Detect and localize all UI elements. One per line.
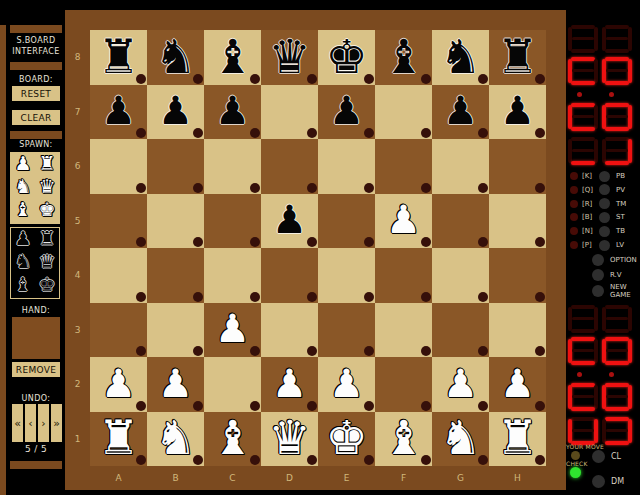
segment-m <box>606 69 628 72</box>
square-e7[interactable]: ♟ <box>318 85 375 140</box>
square-b3[interactable] <box>147 303 204 358</box>
piece-white-pawn[interactable]: ♟ <box>215 309 250 348</box>
clear-button[interactable]: CLEAR <box>12 110 60 125</box>
square-corner-dot <box>307 183 317 193</box>
square-corner-dot <box>307 237 317 247</box>
file-label-e: E <box>318 468 375 488</box>
segment-b <box>605 161 629 165</box>
piece-black-knight[interactable]: ♞ <box>14 252 31 271</box>
square-d4[interactable] <box>261 248 318 303</box>
app-title-line2: INTERFACE <box>8 47 64 56</box>
piece-white-knight[interactable]: ♞ <box>14 177 31 196</box>
segment-m <box>572 395 594 398</box>
seg-digit-row <box>568 417 634 445</box>
square-g7[interactable]: ♟ <box>432 85 489 140</box>
square-f3[interactable] <box>375 303 432 358</box>
rank-label-7: 7 <box>65 85 90 140</box>
st-button[interactable] <box>599 212 610 223</box>
rank-label-5: 5 <box>65 194 90 249</box>
undo-last-button[interactable]: » <box>51 404 62 442</box>
tm-button[interactable] <box>599 198 610 209</box>
segment-b <box>605 441 629 445</box>
square-d7[interactable] <box>261 85 318 140</box>
undo-forward-button[interactable]: › <box>38 404 49 442</box>
square-corner-dot <box>421 74 431 84</box>
square-f6[interactable] <box>375 139 432 194</box>
square-h1[interactable]: ♜ <box>489 412 546 467</box>
file-labels: ABCDEFGH <box>90 468 546 488</box>
square-corner-dot <box>307 346 317 356</box>
tb-button[interactable] <box>599 226 610 237</box>
piece-white-pawn[interactable]: ♟ <box>500 364 535 403</box>
square-b8[interactable]: ♞ <box>147 30 204 85</box>
file-label-g: G <box>432 468 489 488</box>
piece-black-bishop[interactable]: ♝ <box>14 275 31 294</box>
segment-r <box>594 385 598 409</box>
segment-r <box>594 27 598 51</box>
square-e8[interactable]: ♚ <box>318 30 375 85</box>
square-a4[interactable] <box>90 248 147 303</box>
square-g5[interactable] <box>432 194 489 249</box>
segment-r <box>594 419 598 443</box>
square-corner-dot <box>193 346 203 356</box>
segment-t <box>571 25 595 29</box>
piece-key-row-pb: [K]PB <box>566 170 640 182</box>
piece-key-label: [K] <box>582 172 597 180</box>
spawn-cell[interactable]: ♝ <box>11 199 35 222</box>
square-d2[interactable]: ♟ <box>261 357 318 412</box>
seg-digit-row <box>568 137 634 165</box>
square-b6[interactable] <box>147 139 204 194</box>
key-function-label: LV <box>616 241 624 249</box>
square-g1[interactable]: ♞ <box>432 412 489 467</box>
square-corner-dot <box>193 183 203 193</box>
piece-white-pawn[interactable]: ♟ <box>158 364 193 403</box>
remove-button[interactable]: REMOVE <box>12 362 60 377</box>
seg-digit-row <box>568 103 634 131</box>
hand-slot[interactable] <box>12 317 60 359</box>
piece-key-row-st: [B]ST <box>566 211 640 223</box>
square-corner-dot <box>193 128 203 138</box>
square-e6[interactable] <box>318 139 375 194</box>
rank-label-3: 3 <box>65 303 90 358</box>
piece-black-rook[interactable]: ♜ <box>38 229 55 248</box>
rank-label-4: 4 <box>65 248 90 303</box>
piece-key-row-tb: [N]TB <box>566 225 640 237</box>
piece-black-queen[interactable]: ♛ <box>268 33 310 80</box>
square-corner-dot <box>136 237 146 247</box>
piece-white-pawn[interactable]: ♟ <box>443 364 478 403</box>
seg-digit <box>568 417 598 445</box>
square-d3[interactable] <box>261 303 318 358</box>
square-a3[interactable] <box>90 303 147 358</box>
piece-black-pawn[interactable]: ♟ <box>329 91 364 130</box>
piece-white-bishop[interactable]: ♝ <box>211 414 253 461</box>
square-corner-dot <box>421 237 431 247</box>
new-game-button[interactable] <box>592 285 604 297</box>
clock-colon-dot <box>609 92 614 97</box>
piece-black-rook[interactable]: ♜ <box>97 33 139 80</box>
square-a5[interactable] <box>90 194 147 249</box>
spawn-cell[interactable]: ♝ <box>11 274 35 297</box>
square-a2[interactable]: ♟ <box>90 357 147 412</box>
seg-digit <box>602 383 632 411</box>
piece-black-rook[interactable]: ♜ <box>496 33 538 80</box>
piece-white-queen[interactable]: ♛ <box>38 177 55 196</box>
square-corner-dot <box>535 74 545 84</box>
segment-t <box>571 137 595 141</box>
square-corner-dot <box>193 401 203 411</box>
segment-t <box>571 337 595 341</box>
square-corner-dot <box>421 346 431 356</box>
square-h5[interactable] <box>489 194 546 249</box>
piece-white-rook[interactable]: ♜ <box>97 414 139 461</box>
segment-m <box>606 149 628 152</box>
square-b1[interactable]: ♞ <box>147 412 204 467</box>
key-function-label: TB <box>616 227 625 235</box>
square-corner-dot <box>136 455 146 465</box>
square-a6[interactable] <box>90 139 147 194</box>
dm-button[interactable] <box>592 475 605 488</box>
seg-digit-row <box>568 25 634 53</box>
spawn-cell[interactable]: ♛ <box>35 251 59 274</box>
file-label-h: H <box>489 468 546 488</box>
square-corner-dot <box>193 74 203 84</box>
square-a7[interactable]: ♟ <box>90 85 147 140</box>
piece-white-pawn[interactable]: ♟ <box>14 154 31 173</box>
spawn-cell[interactable]: ♟ <box>11 228 35 251</box>
piece-black-pawn[interactable]: ♟ <box>215 91 250 130</box>
clock-display-top <box>568 25 634 170</box>
piece-black-bishop[interactable]: ♝ <box>211 33 253 80</box>
piece-white-pawn[interactable]: ♟ <box>329 364 364 403</box>
segment-b <box>605 49 629 53</box>
square-corner-dot <box>250 74 260 84</box>
square-corner-dot <box>136 128 146 138</box>
seg-digit <box>568 337 598 365</box>
square-corner-dot <box>250 237 260 247</box>
square-b5[interactable] <box>147 194 204 249</box>
file-label-f: F <box>375 468 432 488</box>
piece-black-pawn[interactable]: ♟ <box>443 91 478 130</box>
dm-label: DM <box>611 478 640 486</box>
undo-back-button[interactable]: ‹ <box>25 404 36 442</box>
segment-b <box>571 329 595 333</box>
piece-white-king[interactable]: ♚ <box>38 200 55 219</box>
square-f1[interactable]: ♝ <box>375 412 432 467</box>
segment-r <box>628 105 632 129</box>
segment-r <box>594 339 598 363</box>
your-move-label: YOUR MOVE <box>566 443 604 450</box>
lv-button[interactable] <box>599 240 610 251</box>
piece-black-pawn[interactable]: ♟ <box>101 91 136 130</box>
square-corner-dot <box>193 237 203 247</box>
square-c8[interactable]: ♝ <box>204 30 261 85</box>
square-b2[interactable]: ♟ <box>147 357 204 412</box>
square-c1[interactable]: ♝ <box>204 412 261 467</box>
square-d6[interactable] <box>261 139 318 194</box>
clock-colon-dot <box>609 372 614 377</box>
cl-button[interactable] <box>592 450 605 463</box>
square-h6[interactable] <box>489 139 546 194</box>
square-corner-dot <box>421 401 431 411</box>
segment-b <box>605 127 629 131</box>
square-c2[interactable] <box>204 357 261 412</box>
segment-r <box>628 59 632 83</box>
square-c6[interactable] <box>204 139 261 194</box>
check-label: CHECK <box>566 460 588 467</box>
segment-b <box>605 329 629 333</box>
square-corner-dot <box>250 455 260 465</box>
square-g2[interactable]: ♟ <box>432 357 489 412</box>
square-corner-dot <box>535 292 545 302</box>
key-function-label: PB <box>616 172 625 180</box>
piece-key-label: [P] <box>582 241 597 249</box>
segment-t <box>605 305 629 309</box>
square-corner-dot <box>250 183 260 193</box>
piece-white-rook[interactable]: ♜ <box>496 414 538 461</box>
option-row: OPTION <box>592 254 640 266</box>
square-corner-dot <box>193 455 203 465</box>
spawn-cell[interactable]: ♚ <box>35 274 59 297</box>
piece-white-bishop[interactable]: ♝ <box>14 200 31 219</box>
piece-black-pawn[interactable]: ♟ <box>272 200 307 239</box>
file-label-c: C <box>204 468 261 488</box>
segment-b <box>605 361 629 365</box>
spawn-cell[interactable]: ♟ <box>11 153 35 176</box>
segment-m <box>606 429 628 432</box>
square-corner-dot <box>136 346 146 356</box>
square-corner-dot <box>364 74 374 84</box>
segment-t <box>605 103 629 107</box>
app-title-line1: S.BOARD <box>8 36 64 45</box>
piece-white-knight[interactable]: ♞ <box>439 414 481 461</box>
square-e3[interactable] <box>318 303 375 358</box>
piece-key-label: [B] <box>582 213 597 221</box>
piece-white-queen[interactable]: ♛ <box>268 414 310 461</box>
segment-b <box>571 127 595 131</box>
file-label-d: D <box>261 468 318 488</box>
segment-b <box>605 81 629 85</box>
spawn-black-panel: ♟♜♞♛♝♚ <box>10 227 60 299</box>
square-corner-dot <box>136 74 146 84</box>
square-d8[interactable]: ♛ <box>261 30 318 85</box>
hand-section-label: HAND: <box>8 306 64 315</box>
key-led <box>570 241 578 249</box>
segment-r <box>594 105 598 129</box>
spawn-cell[interactable]: ♛ <box>35 176 59 199</box>
seg-digit <box>602 417 632 445</box>
piece-black-knight[interactable]: ♞ <box>154 33 196 80</box>
segment-t <box>571 383 595 387</box>
square-f7[interactable] <box>375 85 432 140</box>
square-c7[interactable]: ♟ <box>204 85 261 140</box>
square-h4[interactable] <box>489 248 546 303</box>
square-corner-dot <box>478 401 488 411</box>
segment-r <box>628 27 632 51</box>
square-b7[interactable]: ♟ <box>147 85 204 140</box>
segment-r <box>628 307 632 331</box>
segment-b <box>571 161 595 165</box>
segment-b <box>571 407 595 411</box>
square-corner-dot <box>421 183 431 193</box>
segment-m <box>572 149 594 152</box>
segment-t <box>605 337 629 341</box>
sidebar-divider <box>10 461 62 469</box>
square-corner-dot <box>478 183 488 193</box>
square-d1[interactable]: ♛ <box>261 412 318 467</box>
square-corner-dot <box>421 292 431 302</box>
chess-board: ♜♞♝♛♚♝♞♜♟♟♟♟♟♟♟♟♟♟♟♟♟♟♟♜♞♝♛♚♝♞♜ <box>90 30 546 466</box>
piece-white-rook[interactable]: ♜ <box>38 154 55 173</box>
square-corner-dot <box>307 401 317 411</box>
seg-digit <box>602 25 632 53</box>
clock-colon-dot <box>577 372 582 377</box>
piece-black-pawn[interactable]: ♟ <box>14 229 31 248</box>
square-f2[interactable] <box>375 357 432 412</box>
seg-digit <box>568 57 598 85</box>
square-corner-dot <box>136 183 146 193</box>
square-h8[interactable]: ♜ <box>489 30 546 85</box>
piece-key-row-pv: [Q]PV <box>566 184 640 196</box>
square-corner-dot <box>250 401 260 411</box>
seg-digit <box>602 305 632 333</box>
square-corner-dot <box>364 292 374 302</box>
piece-black-queen[interactable]: ♛ <box>38 252 55 271</box>
option-button[interactable] <box>592 254 604 266</box>
segment-b <box>571 81 595 85</box>
square-h2[interactable]: ♟ <box>489 357 546 412</box>
segment-m <box>606 115 628 118</box>
rv-row: R.V <box>592 269 640 281</box>
segment-t <box>605 137 629 141</box>
square-corner-dot <box>364 183 374 193</box>
square-corner-dot <box>535 128 545 138</box>
spawn-cell[interactable]: ♞ <box>11 176 35 199</box>
piece-black-knight[interactable]: ♞ <box>439 33 481 80</box>
square-g8[interactable]: ♞ <box>432 30 489 85</box>
key-led <box>570 213 578 221</box>
square-g6[interactable] <box>432 139 489 194</box>
square-d5[interactable]: ♟ <box>261 194 318 249</box>
cl-label: CL <box>611 453 640 461</box>
pb-button[interactable] <box>599 171 610 182</box>
piece-key-row-lv: [P]LV <box>566 239 640 251</box>
segment-t <box>571 57 595 61</box>
piece-white-pawn[interactable]: ♟ <box>101 364 136 403</box>
seg-digit <box>568 137 598 165</box>
seg-digit <box>602 137 632 165</box>
square-corner-dot <box>478 455 488 465</box>
seg-digit-row <box>568 57 634 85</box>
rank-label-1: 1 <box>65 412 90 467</box>
square-a8[interactable]: ♜ <box>90 30 147 85</box>
square-e4[interactable] <box>318 248 375 303</box>
seg-digit-row <box>568 383 634 411</box>
segment-t <box>571 305 595 309</box>
pv-button[interactable] <box>599 184 610 195</box>
square-c3[interactable]: ♟ <box>204 303 261 358</box>
segment-m <box>572 429 594 432</box>
spawn-cell[interactable]: ♚ <box>35 199 59 222</box>
spawn-cell[interactable]: ♜ <box>35 153 59 176</box>
piece-white-bishop[interactable]: ♝ <box>382 414 424 461</box>
square-corner-dot <box>364 237 374 247</box>
check-led <box>570 467 581 478</box>
undo-first-button[interactable]: « <box>12 404 23 442</box>
square-f4[interactable] <box>375 248 432 303</box>
square-g3[interactable] <box>432 303 489 358</box>
piece-black-bishop[interactable]: ♝ <box>382 33 424 80</box>
piece-black-king[interactable]: ♚ <box>38 275 55 294</box>
square-h3[interactable] <box>489 303 546 358</box>
segment-r <box>628 385 632 409</box>
square-c4[interactable] <box>204 248 261 303</box>
square-g4[interactable] <box>432 248 489 303</box>
square-b4[interactable] <box>147 248 204 303</box>
piece-key-label: [R] <box>582 200 597 208</box>
piece-white-pawn[interactable]: ♟ <box>386 200 421 239</box>
square-f5[interactable]: ♟ <box>375 194 432 249</box>
undo-section-label: UNDO: <box>8 394 64 403</box>
key-function-label: PV <box>616 186 625 194</box>
sidebar-divider <box>10 62 62 70</box>
segment-m <box>572 69 594 72</box>
segment-m <box>572 349 594 352</box>
new-game-row: NEW GAME <box>592 283 640 299</box>
spawn-cell[interactable]: ♞ <box>11 251 35 274</box>
piece-black-pawn[interactable]: ♟ <box>158 91 193 130</box>
key-led <box>570 186 578 194</box>
reset-button[interactable]: RESET <box>12 86 60 101</box>
seg-digit <box>568 25 598 53</box>
square-f8[interactable]: ♝ <box>375 30 432 85</box>
square-h7[interactable]: ♟ <box>489 85 546 140</box>
spawn-white-panel: ♟♜♞♛♝♚ <box>10 152 60 224</box>
piece-white-king[interactable]: ♚ <box>325 414 367 461</box>
piece-white-knight[interactable]: ♞ <box>154 414 196 461</box>
segment-t <box>605 383 629 387</box>
square-corner-dot <box>535 455 545 465</box>
segment-t <box>571 103 595 107</box>
square-corner-dot <box>307 292 317 302</box>
spawn-cell[interactable]: ♜ <box>35 228 59 251</box>
spawn-section-label: SPAWN: <box>8 140 64 149</box>
segment-r <box>594 307 598 331</box>
square-corner-dot <box>307 74 317 84</box>
segment-r <box>628 339 632 363</box>
segment-m <box>572 317 594 320</box>
square-corner-dot <box>364 346 374 356</box>
file-label-a: A <box>90 468 147 488</box>
segment-t <box>605 25 629 29</box>
rv-button[interactable] <box>592 269 604 281</box>
square-e5[interactable] <box>318 194 375 249</box>
square-e1[interactable]: ♚ <box>318 412 375 467</box>
clock-display-bottom <box>568 305 634 450</box>
segment-b <box>571 361 595 365</box>
square-corner-dot <box>478 128 488 138</box>
piece-black-pawn[interactable]: ♟ <box>500 91 535 130</box>
rank-label-8: 8 <box>65 30 90 85</box>
square-a1[interactable]: ♜ <box>90 412 147 467</box>
piece-black-king[interactable]: ♚ <box>325 33 367 80</box>
seg-digit <box>602 57 632 85</box>
piece-white-pawn[interactable]: ♟ <box>272 364 307 403</box>
square-e2[interactable]: ♟ <box>318 357 375 412</box>
square-corner-dot <box>250 346 260 356</box>
square-c5[interactable] <box>204 194 261 249</box>
